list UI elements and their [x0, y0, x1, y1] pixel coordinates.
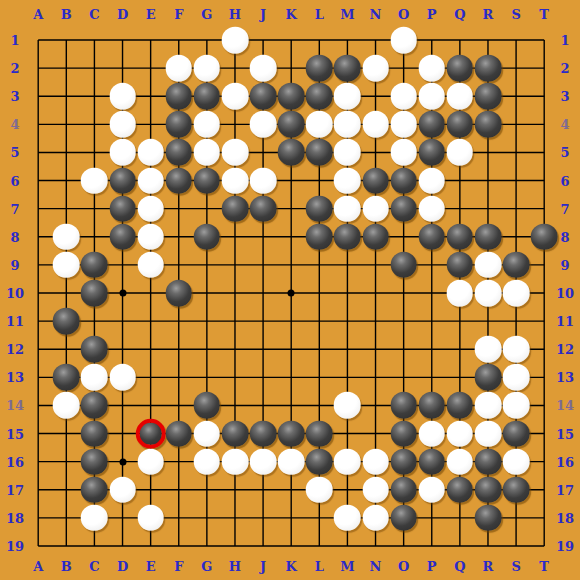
row-label-right-7: 7	[560, 201, 569, 216]
row-label-right-14: 14	[556, 398, 574, 413]
stone-white-L4	[306, 111, 333, 138]
stone-white-C13	[81, 364, 108, 391]
stone-white-N2	[362, 55, 389, 82]
col-label-top-E: E	[146, 7, 156, 22]
stone-black-O15	[390, 420, 417, 447]
stone-white-P15	[418, 420, 445, 447]
row-label-left-7: 7	[10, 201, 19, 216]
stone-black-S17	[503, 476, 530, 503]
stone-white-H1	[222, 27, 249, 54]
stone-black-C12	[81, 336, 108, 363]
col-label-bottom-Q: Q	[454, 559, 465, 574]
stone-white-R15	[475, 420, 502, 447]
col-label-top-T: T	[539, 7, 549, 22]
row-label-right-5: 5	[560, 145, 569, 160]
row-label-right-6: 6	[560, 173, 569, 188]
stone-white-N16	[362, 448, 389, 475]
stone-white-M7	[334, 195, 361, 222]
col-label-bottom-L: L	[315, 559, 324, 574]
stone-black-G6	[194, 167, 221, 194]
stone-black-S9	[503, 252, 530, 279]
row-label-left-13: 13	[6, 370, 24, 385]
stone-black-R4	[475, 111, 502, 138]
row-label-right-15: 15	[556, 426, 574, 441]
row-label-right-1: 1	[560, 33, 569, 48]
row-label-left-14: 14	[6, 398, 24, 413]
stone-white-N17	[362, 476, 389, 503]
row-label-left-11: 11	[6, 314, 24, 329]
stone-black-Q4	[447, 111, 474, 138]
stone-black-P4	[418, 111, 445, 138]
star-point-D10	[119, 290, 126, 297]
stone-white-O3	[390, 83, 417, 110]
row-label-right-9: 9	[560, 257, 569, 272]
col-label-bottom-C: C	[89, 559, 99, 574]
stone-black-C17	[81, 476, 108, 503]
row-label-left-19: 19	[6, 539, 24, 554]
stone-white-M6	[334, 167, 361, 194]
stone-black-G14	[194, 392, 221, 419]
stone-black-F4	[165, 111, 192, 138]
col-label-top-G: G	[201, 7, 212, 22]
row-label-right-4: 4	[560, 117, 569, 132]
row-label-left-17: 17	[6, 482, 24, 497]
stone-white-E7	[137, 195, 164, 222]
row-label-right-3: 3	[560, 89, 569, 104]
stone-white-E16	[137, 448, 164, 475]
stone-white-E8	[137, 223, 164, 250]
row-label-left-15: 15	[6, 426, 24, 441]
stone-black-K5	[278, 139, 305, 166]
col-label-bottom-A: A	[33, 559, 43, 574]
row-label-left-5: 5	[10, 145, 19, 160]
stone-white-G4	[194, 111, 221, 138]
stone-black-O14	[390, 392, 417, 419]
stone-white-B14	[53, 392, 80, 419]
stone-white-B8	[53, 223, 80, 250]
row-label-right-2: 2	[560, 61, 569, 76]
stone-black-D8	[109, 223, 136, 250]
col-label-top-D: D	[117, 7, 128, 22]
row-label-right-8: 8	[560, 229, 569, 244]
stone-black-R3	[475, 83, 502, 110]
stone-black-B11	[53, 308, 80, 335]
stone-white-S16	[503, 448, 530, 475]
row-label-right-19: 19	[556, 539, 574, 554]
col-label-bottom-R: R	[483, 559, 494, 574]
stone-white-R10	[475, 280, 502, 307]
stone-black-G3	[194, 83, 221, 110]
stone-black-R13	[475, 364, 502, 391]
stone-white-H16	[222, 448, 249, 475]
col-label-top-C: C	[89, 7, 99, 22]
col-label-top-S: S	[511, 7, 520, 22]
stone-black-C15	[81, 420, 108, 447]
row-label-left-12: 12	[6, 342, 24, 357]
stone-black-D7	[109, 195, 136, 222]
col-label-bottom-T: T	[539, 559, 549, 574]
stone-black-N8	[362, 223, 389, 250]
col-label-bottom-F: F	[174, 559, 183, 574]
col-label-bottom-P: P	[427, 559, 437, 574]
stone-black-T8	[531, 223, 558, 250]
stone-white-J6	[250, 167, 277, 194]
stone-white-R14	[475, 392, 502, 419]
stone-black-L5	[306, 139, 333, 166]
col-label-top-J: J	[260, 7, 266, 22]
row-label-right-12: 12	[556, 342, 574, 357]
row-label-left-8: 8	[10, 229, 19, 244]
stone-black-F6	[165, 167, 192, 194]
col-label-bottom-M: M	[340, 559, 354, 574]
stone-white-G16	[194, 448, 221, 475]
stone-white-S14	[503, 392, 530, 419]
stone-black-C10	[81, 280, 108, 307]
stone-black-L8	[306, 223, 333, 250]
col-label-top-R: R	[483, 7, 494, 22]
stone-white-O1	[390, 27, 417, 54]
row-label-left-1: 1	[10, 33, 19, 48]
stone-black-F15	[165, 420, 192, 447]
col-label-bottom-S: S	[511, 559, 520, 574]
row-label-right-11: 11	[556, 314, 574, 329]
stone-black-K3	[278, 83, 305, 110]
stone-black-L7	[306, 195, 333, 222]
stone-white-P2	[418, 55, 445, 82]
stone-white-J2	[250, 55, 277, 82]
stone-white-E6	[137, 167, 164, 194]
row-label-left-4: 4	[10, 117, 19, 132]
stone-white-Q15	[447, 420, 474, 447]
stone-white-D17	[109, 476, 136, 503]
stone-black-L3	[306, 83, 333, 110]
stone-white-S12	[503, 336, 530, 363]
col-label-top-Q: Q	[454, 7, 465, 22]
col-label-bottom-N: N	[370, 559, 382, 574]
stone-white-E18	[137, 505, 164, 532]
stone-black-R17	[475, 476, 502, 503]
stone-black-Q2	[447, 55, 474, 82]
row-label-right-13: 13	[556, 370, 574, 385]
stone-white-M4	[334, 111, 361, 138]
stone-white-C18	[81, 505, 108, 532]
stone-black-R18	[475, 505, 502, 532]
stone-white-G5	[194, 139, 221, 166]
go-board-app: AABBCCDDEEFFGGHHJJKKLLMMNNOOPPQQRRSSTT11…	[0, 0, 580, 580]
stone-white-P7	[418, 195, 445, 222]
stone-white-H5	[222, 139, 249, 166]
stone-white-G2	[194, 55, 221, 82]
stone-black-K15	[278, 420, 305, 447]
stone-black-P5	[418, 139, 445, 166]
stone-black-O16	[390, 448, 417, 475]
col-label-top-K: K	[286, 7, 297, 22]
stone-black-M2	[334, 55, 361, 82]
col-label-top-O: O	[398, 7, 409, 22]
stone-white-J4	[250, 111, 277, 138]
stone-white-L17	[306, 476, 333, 503]
stone-white-P17	[418, 476, 445, 503]
col-label-top-B: B	[61, 7, 72, 22]
stone-black-J3	[250, 83, 277, 110]
stone-black-F5	[165, 139, 192, 166]
stone-black-P14	[418, 392, 445, 419]
col-label-bottom-H: H	[229, 559, 241, 574]
stone-black-C9	[81, 252, 108, 279]
stone-black-Q8	[447, 223, 474, 250]
star-point-D16	[119, 458, 126, 465]
stone-black-R16	[475, 448, 502, 475]
stone-black-P8	[418, 223, 445, 250]
col-label-top-L: L	[315, 7, 324, 22]
col-label-top-M: M	[340, 7, 354, 22]
stone-black-O17	[390, 476, 417, 503]
stone-black-M8	[334, 223, 361, 250]
stone-white-M16	[334, 448, 361, 475]
stone-black-P16	[418, 448, 445, 475]
row-label-left-2: 2	[10, 61, 19, 76]
star-point-K10	[288, 290, 295, 297]
stone-black-J15	[250, 420, 277, 447]
row-label-left-3: 3	[10, 89, 19, 104]
stone-white-H3	[222, 83, 249, 110]
stone-black-G8	[194, 223, 221, 250]
stone-black-C14	[81, 392, 108, 419]
stone-black-L16	[306, 448, 333, 475]
col-label-top-N: N	[370, 7, 382, 22]
stone-white-D13	[109, 364, 136, 391]
stone-black-Q14	[447, 392, 474, 419]
col-label-bottom-J: J	[260, 559, 266, 574]
col-label-top-F: F	[174, 7, 183, 22]
stone-black-S15	[503, 420, 530, 447]
stone-black-F3	[165, 83, 192, 110]
stone-white-H6	[222, 167, 249, 194]
stone-white-Q10	[447, 280, 474, 307]
stone-black-H15	[222, 420, 249, 447]
stone-white-J16	[250, 448, 277, 475]
stone-white-D4	[109, 111, 136, 138]
stone-black-C16	[81, 448, 108, 475]
stone-white-S13	[503, 364, 530, 391]
stone-white-Q3	[447, 83, 474, 110]
stone-white-R9	[475, 252, 502, 279]
stone-black-N6	[362, 167, 389, 194]
stone-white-M18	[334, 505, 361, 532]
col-label-bottom-K: K	[286, 559, 297, 574]
stone-white-N7	[362, 195, 389, 222]
stone-white-C6	[81, 167, 108, 194]
stone-white-E5	[137, 139, 164, 166]
stone-black-O18	[390, 505, 417, 532]
stone-black-H7	[222, 195, 249, 222]
col-label-top-P: P	[427, 7, 437, 22]
stone-black-Q9	[447, 252, 474, 279]
stone-white-O5	[390, 139, 417, 166]
stone-black-R8	[475, 223, 502, 250]
stone-black-L2	[306, 55, 333, 82]
row-label-right-16: 16	[556, 454, 574, 469]
row-label-left-16: 16	[6, 454, 24, 469]
row-label-right-18: 18	[556, 510, 574, 525]
stone-white-S10	[503, 280, 530, 307]
stone-white-P6	[418, 167, 445, 194]
stone-black-K4	[278, 111, 305, 138]
row-label-right-17: 17	[556, 482, 574, 497]
stone-black-Q17	[447, 476, 474, 503]
stone-white-N4	[362, 111, 389, 138]
row-label-left-10: 10	[6, 286, 24, 301]
stone-white-Q16	[447, 448, 474, 475]
stone-white-F2	[165, 55, 192, 82]
stone-white-K16	[278, 448, 305, 475]
col-label-bottom-D: D	[117, 559, 128, 574]
stone-black-F10	[165, 280, 192, 307]
stone-white-M3	[334, 83, 361, 110]
stone-white-P3	[418, 83, 445, 110]
col-label-top-A: A	[33, 7, 43, 22]
stone-white-Q5	[447, 139, 474, 166]
stone-white-G15	[194, 420, 221, 447]
row-label-right-10: 10	[556, 286, 574, 301]
stone-white-N18	[362, 505, 389, 532]
row-label-left-18: 18	[6, 510, 24, 525]
stone-black-L15	[306, 420, 333, 447]
stone-black-E15	[135, 418, 166, 449]
col-label-top-H: H	[229, 7, 241, 22]
stone-white-D5	[109, 139, 136, 166]
col-label-bottom-E: E	[146, 559, 156, 574]
col-label-bottom-G: G	[201, 559, 212, 574]
stone-black-O7	[390, 195, 417, 222]
stone-white-B9	[53, 252, 80, 279]
stone-white-D3	[109, 83, 136, 110]
stone-black-B13	[53, 364, 80, 391]
stone-black-R2	[475, 55, 502, 82]
row-label-left-6: 6	[10, 173, 19, 188]
stone-white-R12	[475, 336, 502, 363]
stone-black-O9	[390, 252, 417, 279]
stone-black-D6	[109, 167, 136, 194]
stone-white-O4	[390, 111, 417, 138]
col-label-bottom-O: O	[398, 559, 409, 574]
stone-black-J7	[250, 195, 277, 222]
row-label-left-9: 9	[10, 257, 19, 272]
stone-white-M14	[334, 392, 361, 419]
col-label-bottom-B: B	[61, 559, 72, 574]
stone-white-M5	[334, 139, 361, 166]
stone-white-E9	[137, 252, 164, 279]
stone-black-O6	[390, 167, 417, 194]
